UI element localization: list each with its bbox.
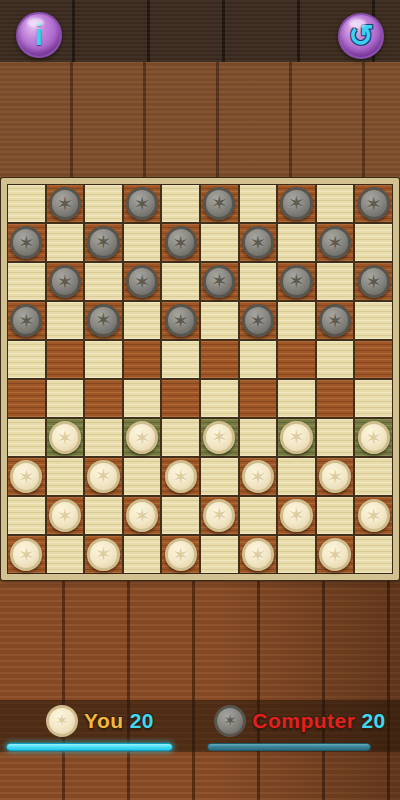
square-r4c7[interactable]: ✶ (240, 302, 277, 339)
square-r7c1 (8, 419, 45, 456)
square-r9c3 (85, 497, 122, 534)
square-r9c6[interactable]: ✶ (201, 497, 238, 534)
black-piece[interactable]: ✶ (87, 226, 119, 258)
computer-label: Computer (252, 709, 355, 733)
square-r9c4[interactable]: ✶ (124, 497, 161, 534)
black-piece[interactable]: ✶ (10, 304, 42, 336)
computer-count: 20 (361, 709, 385, 733)
square-r1c7 (240, 185, 277, 222)
square-r10c6 (201, 536, 238, 573)
square-r5c5 (162, 341, 199, 378)
star-emboss: ✶ (55, 713, 68, 729)
star-emboss: ✶ (172, 467, 189, 487)
square-r3c2[interactable]: ✶ (47, 263, 84, 300)
square-r3c4[interactable]: ✶ (124, 263, 161, 300)
square-r4c4 (124, 302, 161, 339)
square-r2c1[interactable]: ✶ (8, 224, 45, 261)
square-r6c10 (355, 380, 392, 417)
square-r8c2 (47, 458, 84, 495)
square-r7c2[interactable]: ✶ (47, 419, 84, 456)
star-emboss: ✶ (18, 467, 35, 487)
square-r2c7[interactable]: ✶ (240, 224, 277, 261)
square-r6c9[interactable] (317, 380, 354, 417)
square-r1c6[interactable]: ✶ (201, 185, 238, 222)
white-piece[interactable]: ✶ (87, 460, 119, 492)
black-piece[interactable]: ✶ (358, 187, 390, 219)
star-emboss: ✶ (211, 271, 228, 291)
square-r8c10 (355, 458, 392, 495)
star-emboss: ✶ (250, 467, 267, 487)
white-piece[interactable]: ✶ (280, 499, 312, 531)
star-emboss: ✶ (95, 232, 112, 252)
white-piece[interactable]: ✶ (242, 460, 274, 492)
square-r7c9 (317, 419, 354, 456)
star-emboss: ✶ (95, 544, 112, 564)
square-r1c2[interactable]: ✶ (47, 185, 84, 222)
square-r9c2[interactable]: ✶ (47, 497, 84, 534)
black-piece[interactable]: ✶ (203, 265, 235, 297)
restart-icon: ↺ (348, 21, 373, 51)
star-emboss: ✶ (134, 506, 151, 526)
white-piece[interactable]: ✶ (203, 499, 235, 531)
you-turn-indicator-bar (6, 743, 173, 751)
square-r3c9 (317, 263, 354, 300)
star-emboss: ✶ (134, 272, 151, 292)
square-r9c10[interactable]: ✶ (355, 497, 392, 534)
square-r1c8[interactable]: ✶ (278, 185, 315, 222)
computer-turn-indicator-bar (207, 743, 371, 751)
star-emboss: ✶ (57, 194, 74, 214)
square-r5c3 (85, 341, 122, 378)
white-piece[interactable]: ✶ (126, 499, 158, 531)
star-emboss: ✶ (327, 311, 344, 331)
square-r6c2 (47, 380, 84, 417)
black-piece[interactable]: ✶ (280, 187, 312, 219)
square-r7c7 (240, 419, 277, 456)
square-r9c5 (162, 497, 199, 534)
square-r2c3[interactable]: ✶ (85, 224, 122, 261)
square-r10c3[interactable]: ✶ (85, 536, 122, 573)
black-piece[interactable]: ✶ (319, 304, 351, 336)
square-r1c10[interactable]: ✶ (355, 185, 392, 222)
star-emboss: ✶ (288, 427, 305, 447)
you-piece-icon: ✶ (46, 705, 78, 737)
square-r10c4 (124, 536, 161, 573)
star-emboss: ✶ (250, 311, 267, 331)
square-r7c10[interactable]: ✶ (355, 419, 392, 456)
computer-piece-icon: ✶ (214, 705, 246, 737)
checkers-board: ✶✶✶✶✶✶✶✶✶✶✶✶✶✶✶✶✶✶✶✶✶✶✶✶✶✶✶✶✶✶✶✶✶✶✶✶✶✶✶✶ (1, 178, 399, 580)
star-emboss: ✶ (95, 466, 112, 486)
white-piece[interactable]: ✶ (203, 421, 235, 453)
star-emboss: ✶ (288, 271, 305, 291)
square-r4c2 (47, 302, 84, 339)
square-r2c6 (201, 224, 238, 261)
black-piece[interactable]: ✶ (203, 187, 235, 219)
square-r5c9 (317, 341, 354, 378)
black-piece[interactable]: ✶ (87, 304, 119, 336)
star-emboss: ✶ (365, 428, 382, 448)
square-r4c6 (201, 302, 238, 339)
you-count: 20 (130, 709, 154, 733)
white-piece[interactable]: ✶ (10, 538, 42, 570)
square-r2c4 (124, 224, 161, 261)
white-piece[interactable]: ✶ (126, 421, 158, 453)
white-piece[interactable]: ✶ (10, 460, 42, 492)
black-piece[interactable]: ✶ (49, 187, 81, 219)
square-r9c9 (317, 497, 354, 534)
star-emboss: ✶ (57, 428, 74, 448)
black-piece[interactable]: ✶ (242, 226, 274, 258)
black-piece[interactable]: ✶ (165, 304, 197, 336)
square-r6c6 (201, 380, 238, 417)
square-r3c8[interactable]: ✶ (278, 263, 315, 300)
star-emboss: ✶ (250, 545, 267, 565)
computer-score: ✶ Computer 20 (200, 700, 400, 742)
star-emboss: ✶ (288, 505, 305, 525)
square-r10c8 (278, 536, 315, 573)
black-piece[interactable]: ✶ (242, 304, 274, 336)
star-emboss: ✶ (327, 233, 344, 253)
square-r8c5[interactable]: ✶ (162, 458, 199, 495)
star-emboss: ✶ (288, 193, 305, 213)
square-r7c5 (162, 419, 199, 456)
square-r7c6[interactable]: ✶ (201, 419, 238, 456)
square-r10c5[interactable]: ✶ (162, 536, 199, 573)
square-r8c1[interactable]: ✶ (8, 458, 45, 495)
black-piece[interactable]: ✶ (126, 265, 158, 297)
square-r10c9[interactable]: ✶ (317, 536, 354, 573)
square-r3c6[interactable]: ✶ (201, 263, 238, 300)
square-r3c7 (240, 263, 277, 300)
square-r8c7[interactable]: ✶ (240, 458, 277, 495)
star-emboss: ✶ (172, 233, 189, 253)
square-r6c8 (278, 380, 315, 417)
square-r7c8[interactable]: ✶ (278, 419, 315, 456)
star-emboss: ✶ (57, 506, 74, 526)
star-emboss: ✶ (211, 427, 228, 447)
square-r2c2 (47, 224, 84, 261)
white-piece[interactable]: ✶ (165, 460, 197, 492)
square-r5c8[interactable] (278, 341, 315, 378)
white-piece[interactable]: ✶ (319, 538, 351, 570)
square-r8c6 (201, 458, 238, 495)
square-r10c2 (47, 536, 84, 573)
square-r10c10 (355, 536, 392, 573)
black-piece[interactable]: ✶ (126, 187, 158, 219)
you-score: ✶ You 20 (0, 700, 200, 742)
square-r7c3 (85, 419, 122, 456)
square-r6c1[interactable] (8, 380, 45, 417)
square-r3c5 (162, 263, 199, 300)
square-r5c10[interactable] (355, 341, 392, 378)
white-piece[interactable]: ✶ (358, 499, 390, 531)
square-r4c9[interactable]: ✶ (317, 302, 354, 339)
star-emboss: ✶ (172, 311, 189, 331)
square-r4c3[interactable]: ✶ (85, 302, 122, 339)
square-r2c8 (278, 224, 315, 261)
star-emboss: ✶ (327, 467, 344, 487)
square-r8c8 (278, 458, 315, 495)
star-emboss: ✶ (134, 428, 151, 448)
black-piece[interactable]: ✶ (165, 226, 197, 258)
black-piece[interactable]: ✶ (49, 265, 81, 297)
square-r4c1[interactable]: ✶ (8, 302, 45, 339)
square-r7c4[interactable]: ✶ (124, 419, 161, 456)
square-r1c5 (162, 185, 199, 222)
white-piece[interactable]: ✶ (280, 421, 312, 453)
square-r2c5[interactable]: ✶ (162, 224, 199, 261)
square-r1c4[interactable]: ✶ (124, 185, 161, 222)
square-r8c9[interactable]: ✶ (317, 458, 354, 495)
square-r6c4 (124, 380, 161, 417)
square-r10c1[interactable]: ✶ (8, 536, 45, 573)
square-r3c3 (85, 263, 122, 300)
board-grid: ✶✶✶✶✶✶✶✶✶✶✶✶✶✶✶✶✶✶✶✶✶✶✶✶✶✶✶✶✶✶✶✶✶✶✶✶✶✶✶✶ (7, 184, 393, 574)
background-mid-band (0, 62, 400, 178)
square-r8c3[interactable]: ✶ (85, 458, 122, 495)
background-bottom-band (0, 580, 400, 800)
square-r4c8 (278, 302, 315, 339)
square-r10c7[interactable]: ✶ (240, 536, 277, 573)
square-r6c5[interactable] (162, 380, 199, 417)
square-r4c10 (355, 302, 392, 339)
star-emboss: ✶ (365, 194, 382, 214)
star-emboss: ✶ (327, 545, 344, 565)
star-emboss: ✶ (211, 193, 228, 213)
black-piece[interactable]: ✶ (10, 226, 42, 258)
star-emboss: ✶ (18, 545, 35, 565)
white-piece[interactable]: ✶ (87, 538, 119, 570)
square-r9c1 (8, 497, 45, 534)
square-r1c3 (85, 185, 122, 222)
white-piece[interactable]: ✶ (358, 421, 390, 453)
star-emboss: ✶ (172, 545, 189, 565)
square-r4c5[interactable]: ✶ (162, 302, 199, 339)
white-piece[interactable]: ✶ (49, 421, 81, 453)
white-piece[interactable]: ✶ (319, 460, 351, 492)
square-r2c10 (355, 224, 392, 261)
black-piece[interactable]: ✶ (280, 265, 312, 297)
star-emboss: ✶ (365, 272, 382, 292)
star-emboss: ✶ (18, 311, 35, 331)
star-emboss: ✶ (57, 272, 74, 292)
star-emboss: ✶ (18, 233, 35, 253)
restart-button[interactable]: ↺ (338, 13, 384, 59)
app-screen: i ↺ ✶✶✶✶✶✶✶✶✶✶✶✶✶✶✶✶✶✶✶✶✶✶✶✶✶✶✶✶✶✶✶✶✶✶✶✶… (0, 0, 400, 800)
star-emboss: ✶ (365, 506, 382, 526)
square-r1c1 (8, 185, 45, 222)
square-r9c8[interactable]: ✶ (278, 497, 315, 534)
square-r8c4 (124, 458, 161, 495)
white-piece[interactable]: ✶ (242, 538, 274, 570)
star-emboss: ✶ (134, 194, 151, 214)
square-r9c7 (240, 497, 277, 534)
white-piece[interactable]: ✶ (165, 538, 197, 570)
square-r5c6[interactable] (201, 341, 238, 378)
star-emboss: ✶ (211, 505, 228, 525)
white-piece[interactable]: ✶ (49, 499, 81, 531)
square-r2c9[interactable]: ✶ (317, 224, 354, 261)
square-r6c3[interactable] (85, 380, 122, 417)
you-label: You (84, 709, 124, 733)
square-r1c9 (317, 185, 354, 222)
square-r5c7 (240, 341, 277, 378)
star-emboss: ✶ (224, 713, 237, 729)
square-r5c2[interactable] (47, 341, 84, 378)
star-emboss: ✶ (250, 233, 267, 253)
square-r5c1 (8, 341, 45, 378)
square-r5c4[interactable] (124, 341, 161, 378)
star-emboss: ✶ (95, 310, 112, 330)
square-r3c10[interactable]: ✶ (355, 263, 392, 300)
square-r6c7[interactable] (240, 380, 277, 417)
black-piece[interactable]: ✶ (358, 265, 390, 297)
info-icon: i (35, 20, 43, 50)
black-piece[interactable]: ✶ (319, 226, 351, 258)
info-button[interactable]: i (16, 12, 62, 58)
square-r3c1 (8, 263, 45, 300)
